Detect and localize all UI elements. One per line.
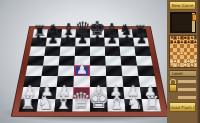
square-e7[interactable]: ♟ bbox=[90, 38, 105, 47]
move-list-scrollbar[interactable] bbox=[192, 13, 195, 32]
board-perspective-wrap: ♜♞♝♛♚♝♞♜♟♟♟♟♟♟♟♟♟♟♟♟♟♟♟♟♜♞♝♛♚♝♞♜ bbox=[12, 0, 167, 116]
square-c1[interactable]: ♝ bbox=[54, 99, 72, 112]
piece-black-pawn[interactable]: ♟ bbox=[48, 34, 59, 46]
piece-white-rook[interactable]: ♜ bbox=[144, 94, 160, 112]
piece-black-pawn[interactable]: ♟ bbox=[121, 34, 132, 46]
square-f5[interactable] bbox=[105, 56, 121, 66]
square-c5[interactable] bbox=[59, 56, 75, 66]
piece-black-pawn[interactable]: ♟ bbox=[92, 34, 103, 46]
square-d7[interactable]: ♟ bbox=[75, 38, 90, 47]
square-h6[interactable] bbox=[134, 46, 150, 55]
square-c4[interactable] bbox=[58, 66, 75, 76]
mini-piece-white-rook: ♜ bbox=[194, 63, 198, 67]
sidebar: New Game ♜♞♝♛♚♝♞♜♟♟♟♟♟♟♟♟♟♟♟♟♟♟♟♟♜♞♝♛♚♝♞… bbox=[167, 0, 200, 123]
square-g5[interactable] bbox=[120, 56, 137, 66]
square-b6[interactable] bbox=[44, 46, 60, 55]
move-list-panel[interactable] bbox=[170, 12, 196, 33]
download-button[interactable]: Download Flash Chess bbox=[169, 102, 196, 112]
new-game-button[interactable]: New Game bbox=[169, 1, 196, 10]
square-f7[interactable]: ♟ bbox=[104, 38, 119, 47]
square-b1[interactable]: ♞ bbox=[37, 99, 56, 112]
square-g7[interactable]: ♟ bbox=[119, 38, 135, 47]
level-field[interactable]: Level bbox=[170, 70, 196, 77]
lock-icon bbox=[169, 79, 176, 91]
square-e1[interactable]: ♚ bbox=[90, 99, 108, 112]
piece-black-pawn[interactable]: ♟ bbox=[107, 34, 118, 46]
piece-black-pawn[interactable]: ♟ bbox=[33, 34, 44, 46]
board-3d[interactable]: ♜♞♝♛♚♝♞♜♟♟♟♟♟♟♟♟♟♟♟♟♟♟♟♟♜♞♝♛♚♝♞♜ bbox=[12, 27, 167, 116]
piece-white-bishop[interactable]: ♝ bbox=[54, 92, 72, 112]
level-row[interactable] bbox=[178, 96, 196, 99]
square-f1[interactable]: ♝ bbox=[107, 99, 125, 112]
square-b4[interactable] bbox=[42, 66, 59, 76]
square-a7[interactable]: ♟ bbox=[31, 38, 47, 47]
square-h5[interactable] bbox=[136, 56, 153, 66]
piece-white-knight[interactable]: ♞ bbox=[126, 93, 143, 112]
square-d4[interactable]: ♟ bbox=[74, 66, 90, 76]
piece-black-pawn[interactable]: ♟ bbox=[136, 34, 147, 46]
piece-white-bishop[interactable]: ♝ bbox=[108, 92, 126, 112]
square-a5[interactable] bbox=[27, 56, 44, 66]
square-a6[interactable] bbox=[29, 46, 45, 55]
mini-square-h1[interactable]: ♜ bbox=[194, 63, 197, 67]
square-h1[interactable]: ♜ bbox=[142, 99, 162, 112]
square-b5[interactable] bbox=[43, 56, 60, 66]
piece-white-knight[interactable]: ♞ bbox=[37, 93, 54, 112]
board-scene: ♜♞♝♛♚♝♞♜♟♟♟♟♟♟♟♟♟♟♟♟♟♟♟♟♜♞♝♛♚♝♞♜ bbox=[0, 0, 167, 123]
square-h4[interactable] bbox=[137, 66, 155, 76]
level-row[interactable] bbox=[178, 84, 196, 87]
level-selector bbox=[169, 79, 196, 99]
square-g4[interactable] bbox=[121, 66, 138, 76]
scrollbar-thumb-icon[interactable] bbox=[192, 14, 197, 21]
square-e5[interactable] bbox=[90, 56, 106, 66]
square-a4[interactable] bbox=[25, 66, 43, 76]
level-row[interactable] bbox=[178, 80, 196, 83]
square-h7[interactable]: ♟ bbox=[133, 38, 149, 47]
square-e6[interactable] bbox=[90, 46, 105, 55]
square-e4[interactable] bbox=[90, 66, 106, 76]
square-c6[interactable] bbox=[60, 46, 76, 55]
piece-white-king[interactable]: ♚ bbox=[88, 88, 109, 112]
piece-white-pawn[interactable]: ♟ bbox=[76, 63, 88, 76]
piece-black-pawn[interactable]: ♟ bbox=[77, 34, 88, 46]
level-row[interactable] bbox=[178, 92, 196, 95]
square-a1[interactable]: ♜ bbox=[19, 99, 39, 112]
piece-black-pawn[interactable]: ♟ bbox=[62, 34, 73, 46]
square-g1[interactable]: ♞ bbox=[124, 99, 143, 112]
square-c7[interactable]: ♟ bbox=[60, 38, 75, 47]
square-g6[interactable] bbox=[120, 46, 136, 55]
square-b7[interactable]: ♟ bbox=[46, 38, 62, 47]
square-f4[interactable] bbox=[106, 66, 123, 76]
level-row[interactable] bbox=[178, 88, 196, 91]
piece-white-rook[interactable]: ♜ bbox=[20, 94, 36, 112]
level-list[interactable] bbox=[178, 79, 196, 99]
square-f6[interactable] bbox=[105, 46, 121, 55]
mini-board-2d[interactable]: ♜♞♝♛♚♝♞♜♟♟♟♟♟♟♟♟♟♟♟♟♟♟♟♟♜♞♝♛♚♝♞♜ bbox=[169, 35, 198, 68]
square-d6[interactable] bbox=[75, 46, 90, 55]
chess-app-window: ♜♞♝♛♚♝♞♜♟♟♟♟♟♟♟♟♟♟♟♟♟♟♟♟♜♞♝♛♚♝♞♜ New Gam… bbox=[0, 0, 200, 123]
